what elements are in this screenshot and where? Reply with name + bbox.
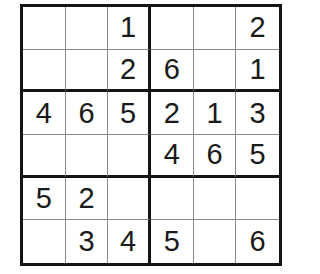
cell-r1c6[interactable]: 2	[236, 7, 279, 50]
cell-r5c2[interactable]: 2	[66, 178, 109, 221]
cell-r6c2[interactable]: 3	[66, 220, 109, 263]
cell-r6c5[interactable]	[194, 220, 237, 263]
cell-r5c1[interactable]: 5	[23, 178, 66, 221]
cell-r3c6[interactable]: 3	[236, 92, 279, 135]
cell-r1c5[interactable]	[194, 7, 237, 50]
cell-r3c1[interactable]: 4	[23, 92, 66, 135]
cell-r1c3[interactable]: 1	[108, 7, 151, 50]
cell-r4c3[interactable]	[108, 135, 151, 178]
cell-r5c4[interactable]	[151, 178, 194, 221]
cell-r3c2[interactable]: 6	[66, 92, 109, 135]
cell-r4c4[interactable]: 4	[151, 135, 194, 178]
cell-r2c2[interactable]	[66, 50, 109, 93]
cell-r1c1[interactable]	[23, 7, 66, 50]
cell-r2c3[interactable]: 2	[108, 50, 151, 93]
cell-r1c4[interactable]	[151, 7, 194, 50]
cell-r4c2[interactable]	[66, 135, 109, 178]
sudoku-board: 1 2 2 6 1 4 6 5 2 1 3 4 6 5 5 2 3 4 5 6	[20, 4, 282, 266]
cell-r5c6[interactable]	[236, 178, 279, 221]
cell-r3c3[interactable]: 5	[108, 92, 151, 135]
cell-r4c1[interactable]	[23, 135, 66, 178]
cell-r6c3[interactable]: 4	[108, 220, 151, 263]
cell-r4c5[interactable]: 6	[194, 135, 237, 178]
cell-r1c2[interactable]	[66, 7, 109, 50]
cell-r6c6[interactable]: 6	[236, 220, 279, 263]
cell-r6c1[interactable]	[23, 220, 66, 263]
cell-r5c3[interactable]	[108, 178, 151, 221]
cell-r3c4[interactable]: 2	[151, 92, 194, 135]
cell-r2c4[interactable]: 6	[151, 50, 194, 93]
cell-r3c5[interactable]: 1	[194, 92, 237, 135]
cell-r2c6[interactable]: 1	[236, 50, 279, 93]
cell-r6c4[interactable]: 5	[151, 220, 194, 263]
cell-r2c5[interactable]	[194, 50, 237, 93]
cell-r4c6[interactable]: 5	[236, 135, 279, 178]
cell-r2c1[interactable]	[23, 50, 66, 93]
cell-r5c5[interactable]	[194, 178, 237, 221]
